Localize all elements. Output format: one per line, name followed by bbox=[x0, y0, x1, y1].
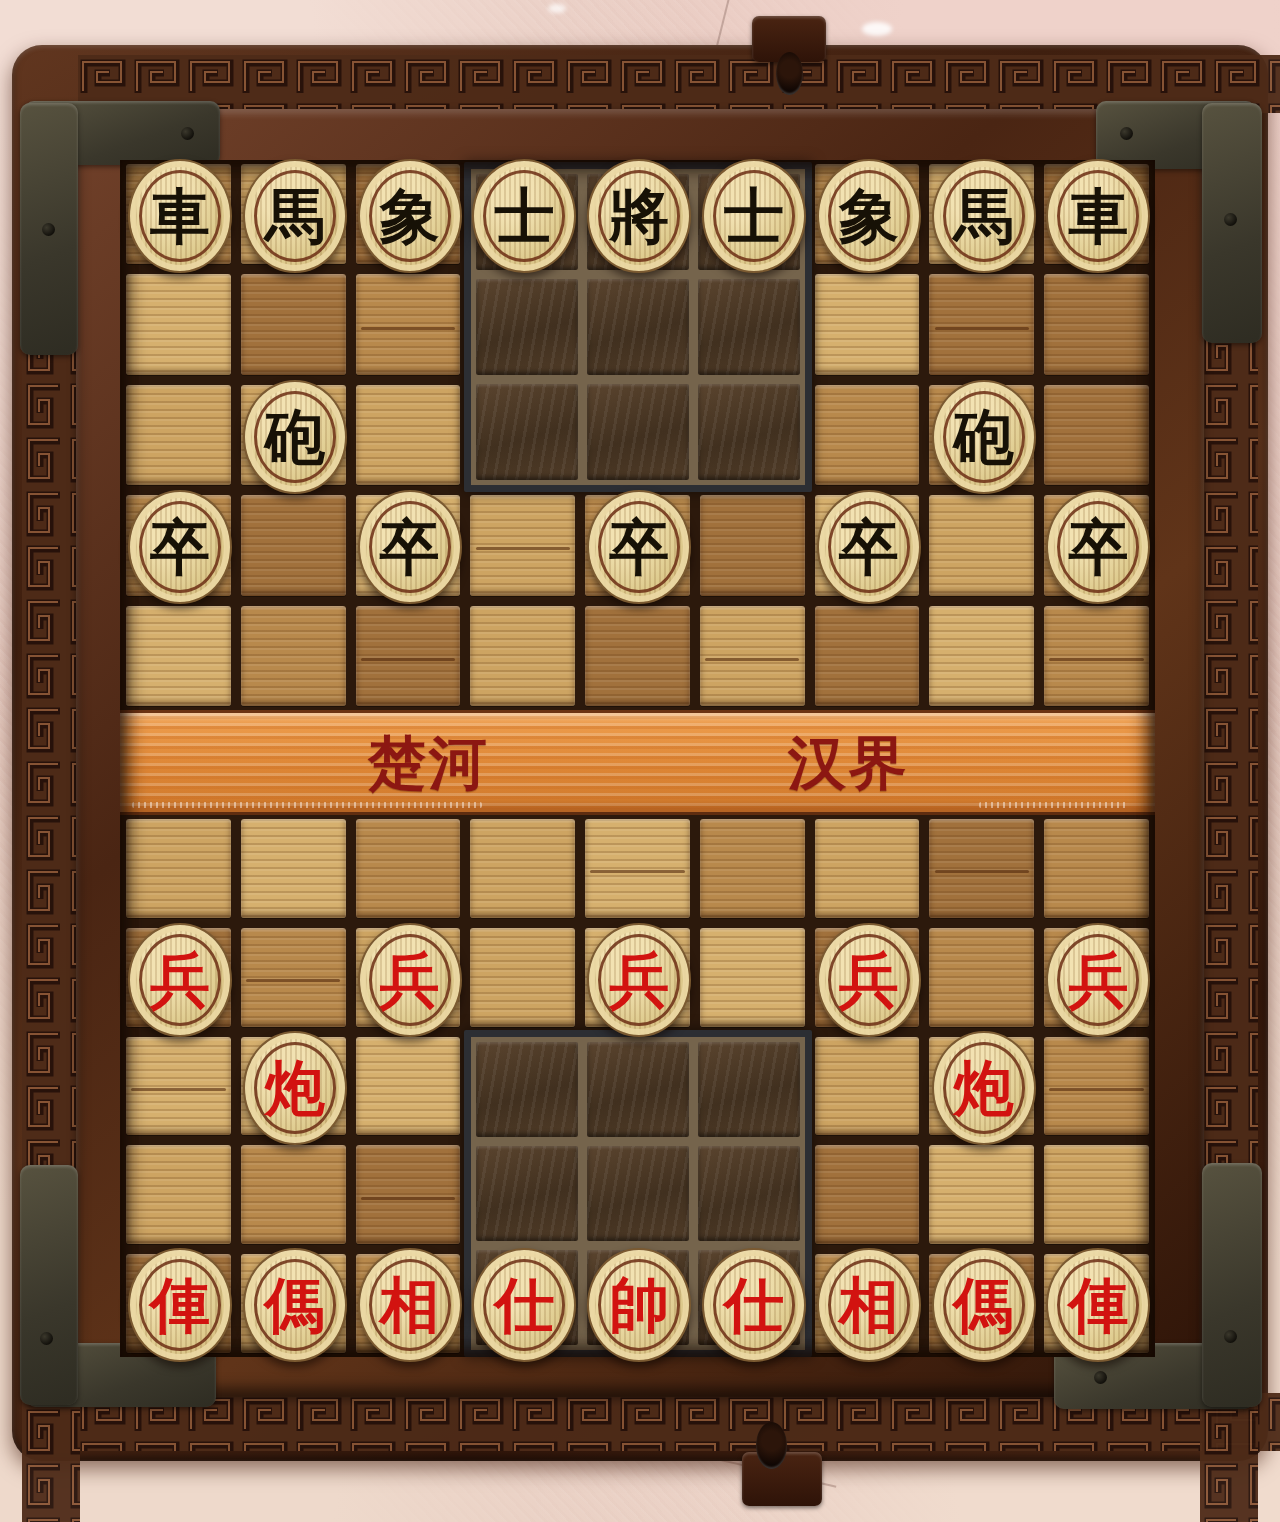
piece-black-cannon[interactable]: 砲 bbox=[243, 380, 347, 494]
board-cell[interactable] bbox=[700, 819, 805, 918]
board-cell[interactable] bbox=[700, 928, 805, 1027]
palace-cell bbox=[587, 1146, 689, 1241]
piece-black-soldier[interactable]: 卒 bbox=[587, 490, 691, 604]
piece-red-soldier[interactable]: 兵 bbox=[587, 923, 691, 1037]
piece-black-advisor[interactable]: 士 bbox=[702, 159, 806, 273]
palace-cell bbox=[698, 384, 800, 480]
board-cell[interactable] bbox=[1044, 385, 1149, 485]
board-cell[interactable] bbox=[241, 606, 346, 706]
board-cell[interactable] bbox=[241, 495, 346, 595]
frame-hole-bottom bbox=[756, 1422, 787, 1469]
palace-cell bbox=[587, 279, 689, 375]
piece-red-horse[interactable]: 傌 bbox=[932, 1248, 1036, 1362]
river-text-right: 汉界 bbox=[788, 725, 910, 803]
board: 楚河 汉界 車馬象士將士象馬車砲砲卒卒卒卒卒兵兵兵兵兵炮炮俥傌相仕帥仕相傌俥 bbox=[120, 160, 1155, 1357]
palace-cell bbox=[476, 279, 578, 375]
floor-reflection bbox=[862, 22, 892, 36]
corner-bracket bbox=[20, 1165, 78, 1405]
board-cell[interactable] bbox=[356, 1145, 461, 1244]
river-text-left: 楚河 bbox=[368, 725, 490, 803]
board-cell[interactable] bbox=[126, 1145, 231, 1244]
piece-red-chariot[interactable]: 俥 bbox=[128, 1248, 232, 1362]
board-cell[interactable] bbox=[126, 274, 231, 374]
piece-red-advisor[interactable]: 仕 bbox=[472, 1248, 576, 1362]
board-cell[interactable] bbox=[241, 1145, 346, 1244]
board-cell[interactable] bbox=[241, 274, 346, 374]
piece-red-horse[interactable]: 傌 bbox=[243, 1248, 347, 1362]
palace-cell bbox=[587, 1042, 689, 1137]
board-cell[interactable] bbox=[815, 274, 920, 374]
board-cell[interactable] bbox=[1044, 819, 1149, 918]
board-cell[interactable] bbox=[356, 606, 461, 706]
palace-cell bbox=[476, 1146, 578, 1241]
piece-red-cannon[interactable]: 炮 bbox=[243, 1031, 347, 1145]
board-cell[interactable] bbox=[126, 1037, 231, 1136]
board-cell[interactable] bbox=[815, 819, 920, 918]
board-cell[interactable] bbox=[356, 274, 461, 374]
board-cell[interactable] bbox=[470, 606, 575, 706]
corner-bracket bbox=[20, 103, 78, 355]
piece-black-soldier[interactable]: 卒 bbox=[817, 490, 921, 604]
board-cell[interactable] bbox=[1044, 1145, 1149, 1244]
piece-red-elephant[interactable]: 相 bbox=[817, 1248, 921, 1362]
board-cell[interactable] bbox=[126, 385, 231, 485]
piece-black-advisor[interactable]: 士 bbox=[472, 159, 576, 273]
palace-cell bbox=[698, 1042, 800, 1137]
board-cell[interactable] bbox=[929, 928, 1034, 1027]
board-cell[interactable] bbox=[929, 819, 1034, 918]
piece-red-soldier[interactable]: 兵 bbox=[128, 923, 232, 1037]
board-cell[interactable] bbox=[356, 385, 461, 485]
board-cell[interactable] bbox=[241, 819, 346, 918]
palace-cell bbox=[476, 1042, 578, 1137]
piece-black-chariot[interactable]: 車 bbox=[128, 159, 232, 273]
piece-black-horse[interactable]: 馬 bbox=[243, 159, 347, 273]
watermark-marks bbox=[979, 802, 1129, 808]
piece-black-horse[interactable]: 馬 bbox=[932, 159, 1036, 273]
board-cell[interactable] bbox=[241, 928, 346, 1027]
piece-red-soldier[interactable]: 兵 bbox=[817, 923, 921, 1037]
board-cell[interactable] bbox=[700, 606, 805, 706]
board-cell[interactable] bbox=[1044, 1037, 1149, 1136]
xiangqi-board-photo: 楚河 汉界 車馬象士將士象馬車砲砲卒卒卒卒卒兵兵兵兵兵炮炮俥傌相仕帥仕相傌俥 bbox=[0, 0, 1280, 1522]
piece-red-cannon[interactable]: 炮 bbox=[932, 1031, 1036, 1145]
board-cell[interactable] bbox=[929, 1145, 1034, 1244]
piece-black-soldier[interactable]: 卒 bbox=[358, 490, 462, 604]
piece-red-advisor[interactable]: 仕 bbox=[702, 1248, 806, 1362]
board-cell[interactable] bbox=[929, 274, 1034, 374]
board-cell[interactable] bbox=[585, 819, 690, 918]
board-cell[interactable] bbox=[1044, 606, 1149, 706]
palace-cell bbox=[698, 279, 800, 375]
board-cell[interactable] bbox=[815, 606, 920, 706]
board-cell[interactable] bbox=[815, 1145, 920, 1244]
piece-red-elephant[interactable]: 相 bbox=[358, 1248, 462, 1362]
piece-red-soldier[interactable]: 兵 bbox=[1046, 923, 1150, 1037]
river-band: 楚河 汉界 bbox=[120, 710, 1155, 815]
piece-black-elephant[interactable]: 象 bbox=[817, 159, 921, 273]
board-cell[interactable] bbox=[700, 495, 805, 595]
piece-black-chariot[interactable]: 車 bbox=[1046, 159, 1150, 273]
board-cell[interactable] bbox=[126, 819, 231, 918]
board-cell[interactable] bbox=[470, 928, 575, 1027]
board-cell[interactable] bbox=[356, 1037, 461, 1136]
board-cell[interactable] bbox=[585, 606, 690, 706]
board-cell[interactable] bbox=[929, 606, 1034, 706]
board-cell[interactable] bbox=[929, 495, 1034, 595]
palace-cell bbox=[698, 1146, 800, 1241]
piece-black-soldier[interactable]: 卒 bbox=[1046, 490, 1150, 604]
frame-hole-top bbox=[776, 52, 803, 95]
corner-bracket bbox=[1202, 1163, 1262, 1407]
piece-red-general[interactable]: 帥 bbox=[587, 1248, 691, 1362]
corner-bracket bbox=[1202, 103, 1262, 343]
piece-black-elephant[interactable]: 象 bbox=[358, 159, 462, 273]
board-cell[interactable] bbox=[815, 1037, 920, 1136]
palace-cell bbox=[587, 384, 689, 480]
piece-black-soldier[interactable]: 卒 bbox=[128, 490, 232, 604]
piece-red-soldier[interactable]: 兵 bbox=[358, 923, 462, 1037]
floor-reflection bbox=[548, 4, 566, 13]
board-cell[interactable] bbox=[470, 495, 575, 595]
piece-black-cannon[interactable]: 砲 bbox=[932, 380, 1036, 494]
board-cell[interactable] bbox=[356, 819, 461, 918]
board-cell[interactable] bbox=[1044, 274, 1149, 374]
board-cell[interactable] bbox=[126, 606, 231, 706]
piece-black-general[interactable]: 將 bbox=[587, 159, 691, 273]
board-cell[interactable] bbox=[815, 385, 920, 485]
watermark-marks bbox=[132, 802, 482, 808]
piece-red-chariot[interactable]: 俥 bbox=[1046, 1248, 1150, 1362]
palace-cell bbox=[476, 384, 578, 480]
board-cell[interactable] bbox=[470, 819, 575, 918]
